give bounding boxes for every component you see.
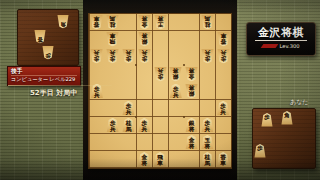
board-star-point xyxy=(183,116,185,118)
gote-player-name: コンピューター レベル229 xyxy=(11,76,77,83)
game-screen: 角香歩 歩角歩 香 車桂 馬金 将王 将桂 馬飛 車銀 将香 車歩 兵歩 兵歩 … xyxy=(0,0,320,180)
koma-gote[interactable]: 歩 兵 xyxy=(90,49,103,64)
app-logo-subtitle: Lev.300 xyxy=(279,43,299,49)
hand-koma-sente[interactable]: 歩 xyxy=(261,113,273,127)
hand-koma-gote[interactable]: 香 xyxy=(34,30,46,44)
logo-red-swoosh-icon xyxy=(261,44,279,48)
koma-sente[interactable]: 歩 兵 xyxy=(201,118,214,133)
sente-captured-tray[interactable]: 歩角歩 xyxy=(252,108,316,169)
app-logo-underline xyxy=(255,40,307,41)
koma-gote[interactable]: 桂 馬 xyxy=(201,15,214,30)
koma-gote[interactable]: 歩 兵 xyxy=(154,67,167,82)
koma-sente[interactable]: 桂 馬 xyxy=(201,152,214,167)
koma-sente[interactable]: 金 将 xyxy=(138,152,151,167)
gote-side-label: 後手 xyxy=(11,68,77,76)
koma-gote[interactable]: 香 車 xyxy=(90,15,103,30)
app-logo-subtitle-row: Lev.300 xyxy=(247,43,315,49)
status-divider xyxy=(8,85,112,86)
move-status-text: 52手目 対局中 xyxy=(8,88,112,98)
koma-sente[interactable]: 玉 将 xyxy=(201,135,214,150)
board-star-point xyxy=(135,64,137,66)
koma-gote[interactable]: 香 車 xyxy=(217,32,230,47)
board-star-point xyxy=(183,64,185,66)
gote-player-panel: 後手 コンピューター レベル229 xyxy=(7,66,81,86)
koma-sente[interactable]: 香 車 xyxy=(217,152,230,167)
gote-captured-tray[interactable]: 角香歩 xyxy=(17,9,79,66)
koma-gote[interactable]: 銀 将 xyxy=(185,84,198,99)
koma-gote[interactable]: 歩 兵 xyxy=(122,49,135,64)
koma-gote[interactable]: 歩 兵 xyxy=(217,49,230,64)
koma-gote[interactable]: 飛 車 xyxy=(106,32,119,47)
hand-koma-sente[interactable]: 角 xyxy=(281,111,293,125)
koma-sente[interactable]: 歩 兵 xyxy=(169,84,182,99)
sente-player-name: あなた xyxy=(290,98,308,107)
koma-sente[interactable]: 銀 将 xyxy=(185,118,198,133)
koma-gote[interactable]: 金 将 xyxy=(185,67,198,82)
app-logo: 金沢将棋 Lev.300 xyxy=(246,22,316,56)
app-logo-title: 金沢将棋 xyxy=(247,26,315,40)
hand-koma-gote[interactable]: 歩 xyxy=(42,46,54,60)
hand-koma-gote[interactable]: 角 xyxy=(57,15,69,29)
board-star-point xyxy=(135,116,137,118)
koma-gote[interactable]: 銀 将 xyxy=(138,32,151,47)
koma-sente[interactable]: 歩 兵 xyxy=(106,118,119,133)
status-bar: 52手目 対局中 xyxy=(8,85,112,98)
koma-sente[interactable]: 桂 馬 xyxy=(122,118,135,133)
koma-sente[interactable]: 飛 車 xyxy=(154,152,167,167)
koma-gote[interactable]: 桂 馬 xyxy=(106,15,119,30)
koma-sente[interactable]: 金 将 xyxy=(185,135,198,150)
hand-koma-sente[interactable]: 歩 xyxy=(254,144,266,158)
koma-gote[interactable]: 王 将 xyxy=(154,15,167,30)
koma-gote[interactable]: 歩 兵 xyxy=(201,49,214,64)
koma-gote[interactable]: 歩 兵 xyxy=(106,49,119,64)
koma-gote[interactable]: 金 将 xyxy=(138,15,151,30)
koma-sente[interactable]: 歩 兵 xyxy=(217,101,230,116)
koma-gote[interactable]: 銀 将 xyxy=(169,67,182,82)
koma-gote[interactable]: 歩 兵 xyxy=(138,49,151,64)
koma-sente[interactable]: 歩 兵 xyxy=(138,118,151,133)
koma-sente[interactable]: 歩 兵 xyxy=(122,101,135,116)
